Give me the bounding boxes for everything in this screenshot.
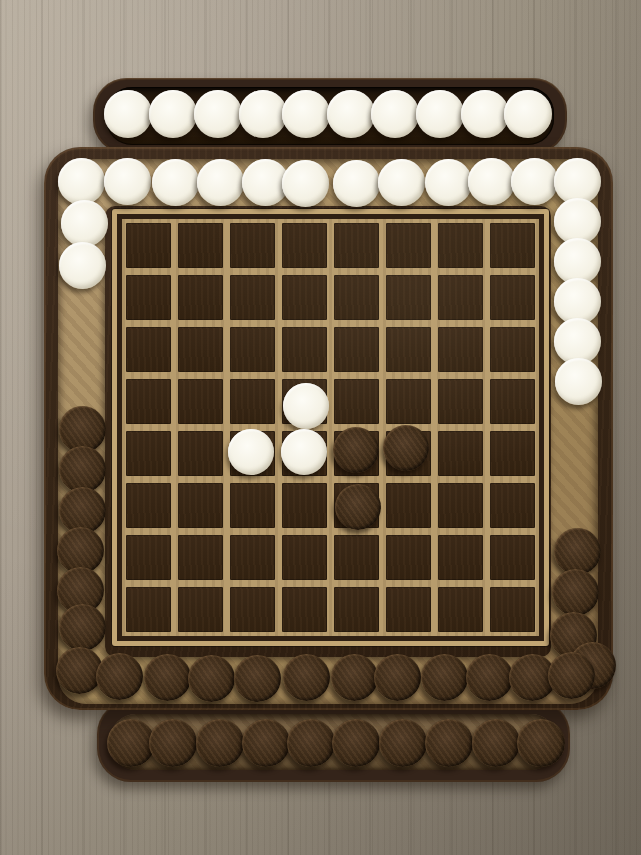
othello-set-photo: Othello (Reversi) ○○○○○○○○○○○○○○○○○○○●●●… <box>0 0 641 855</box>
channel-black-disc: ● <box>552 569 599 616</box>
piece-e6-black-disc: ● <box>335 484 381 530</box>
tray-black-disc: ● <box>332 719 380 767</box>
channel-white-disc: ○ <box>104 158 151 205</box>
channel-black-disc: ● <box>59 446 106 493</box>
channel-white-disc: ○ <box>282 160 329 207</box>
tray-white-disc: ○ <box>461 90 509 138</box>
channel-black-disc: ● <box>466 654 513 701</box>
tray-white-disc: ○ <box>327 90 375 138</box>
channel-black-disc: ● <box>554 528 601 575</box>
piece-d5-white-disc: ○ <box>281 429 327 475</box>
tray-white-disc: ○ <box>194 90 242 138</box>
channel-white-disc: ○ <box>152 159 199 206</box>
disc-layer: ○○○○○○○○○○○○○○○○○○○●●●●●●●●●●●●●●●●●●●●●… <box>0 0 641 855</box>
channel-black-disc: ● <box>421 654 468 701</box>
channel-white-disc: ○ <box>61 200 108 247</box>
channel-white-disc: ○ <box>555 358 602 405</box>
tray-black-disc: ● <box>242 719 290 767</box>
tray-white-disc: ○ <box>416 90 464 138</box>
tray-black-disc: ● <box>472 719 520 767</box>
channel-white-disc: ○ <box>333 160 380 207</box>
channel-black-disc: ● <box>374 654 421 701</box>
tray-black-disc: ● <box>425 719 473 767</box>
tray-white-disc: ○ <box>504 90 552 138</box>
tray-white-disc: ○ <box>371 90 419 138</box>
tray-black-disc: ● <box>149 719 197 767</box>
channel-white-disc: ○ <box>425 159 472 206</box>
piece-c5-white-disc: ○ <box>228 429 274 475</box>
channel-white-disc: ○ <box>197 159 244 206</box>
tray-black-disc: ● <box>379 719 427 767</box>
channel-black-disc: ● <box>144 654 191 701</box>
tray-black-disc: ● <box>107 719 155 767</box>
channel-black-disc: ● <box>234 655 281 702</box>
channel-white-disc: ○ <box>59 242 106 289</box>
channel-white-disc: ○ <box>378 159 425 206</box>
channel-white-disc: ○ <box>58 158 105 205</box>
channel-white-disc: ○ <box>468 158 515 205</box>
tray-black-disc: ● <box>287 719 335 767</box>
channel-black-disc: ● <box>96 653 143 700</box>
piece-d4-white-disc: ○ <box>283 383 329 429</box>
tray-white-disc: ○ <box>239 90 287 138</box>
tray-white-disc: ○ <box>282 90 330 138</box>
tray-white-disc: ○ <box>149 90 197 138</box>
channel-white-disc: ○ <box>511 158 558 205</box>
channel-black-disc: ● <box>331 654 378 701</box>
tray-black-disc: ● <box>196 719 244 767</box>
tray-black-disc: ● <box>517 719 565 767</box>
channel-black-disc: ● <box>188 655 235 702</box>
tray-white-disc: ○ <box>104 90 152 138</box>
piece-f5-black-disc: ● <box>383 425 429 471</box>
piece-e5-black-disc: ● <box>333 427 379 473</box>
channel-black-disc: ● <box>548 652 595 699</box>
channel-black-disc: ● <box>283 654 330 701</box>
channel-black-disc: ● <box>59 604 106 651</box>
